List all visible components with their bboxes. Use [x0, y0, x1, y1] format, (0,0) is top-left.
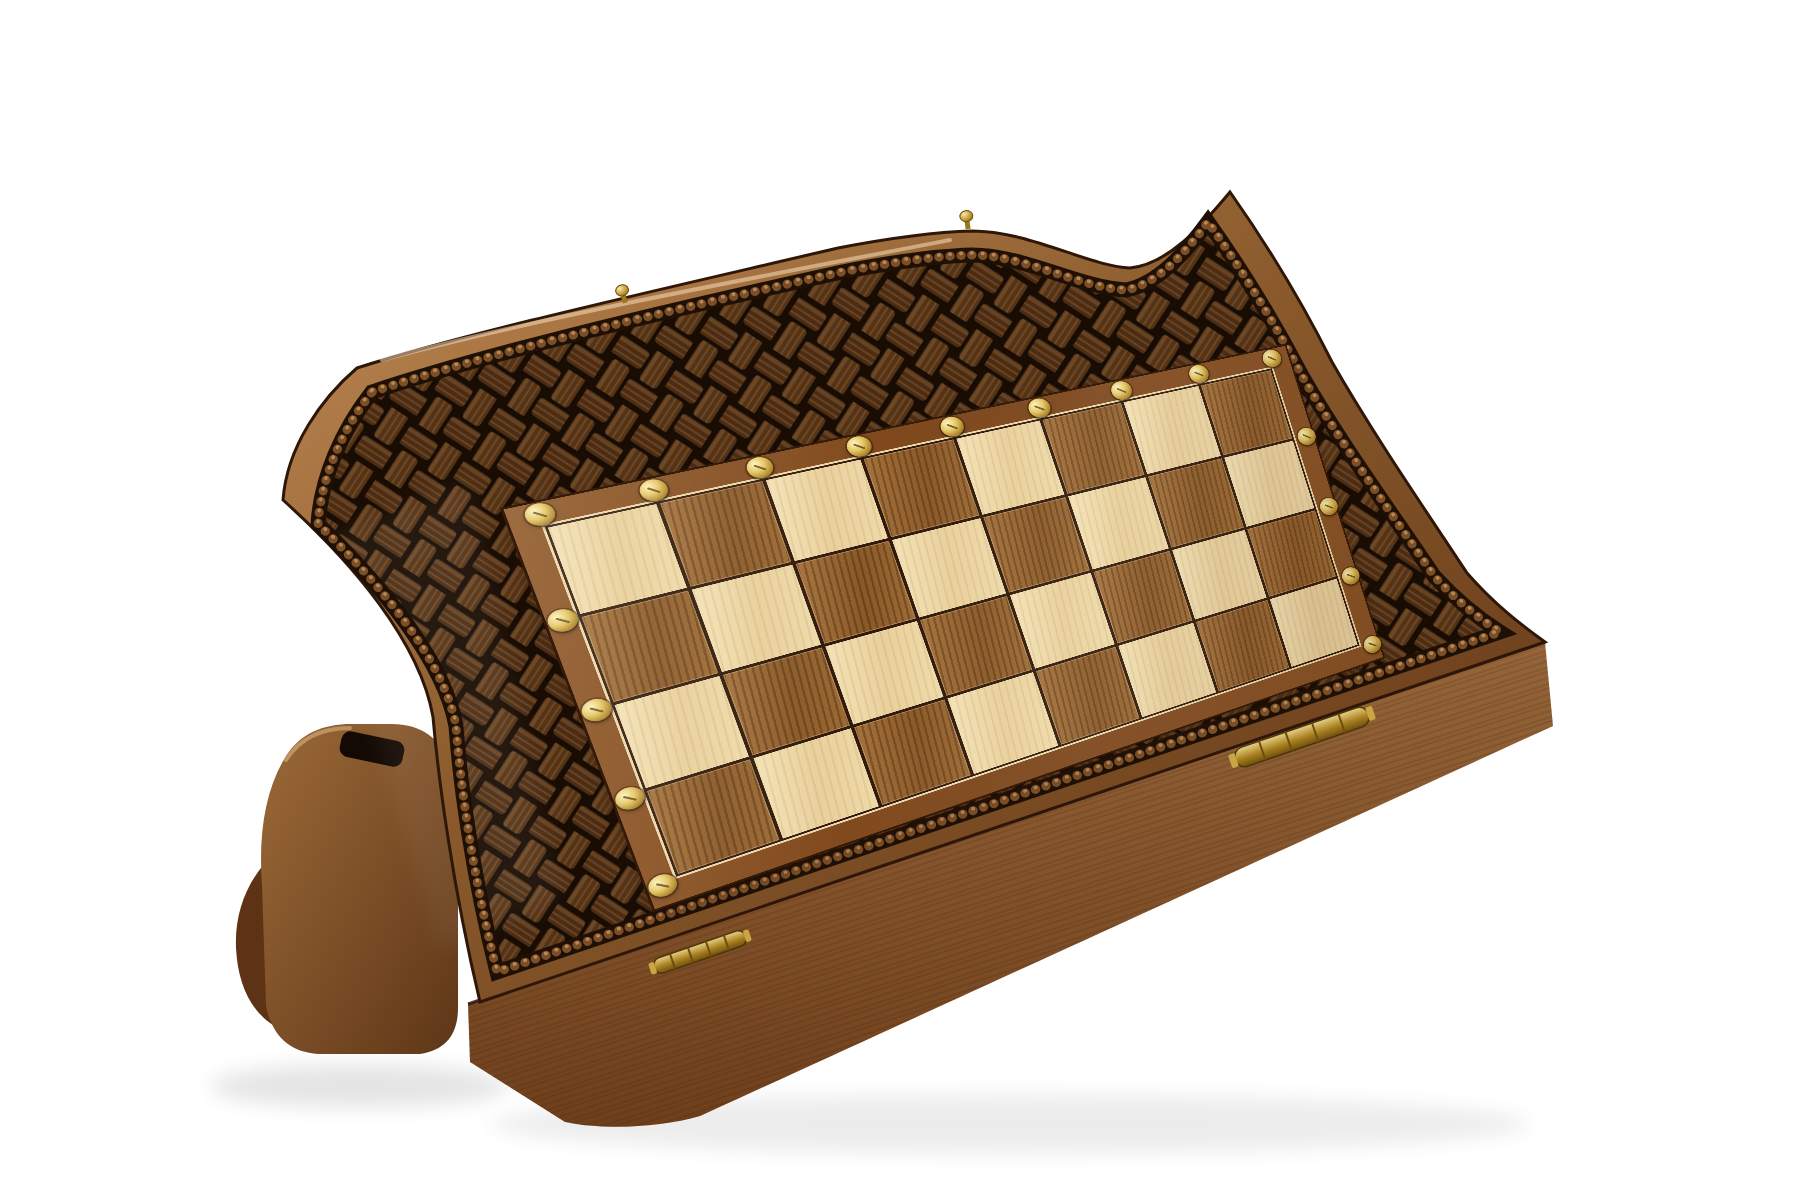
- product-photo-scene: [0, 0, 1800, 1200]
- brass-latch-knob: [959, 210, 974, 230]
- drop-shadow: [210, 1064, 1530, 1154]
- brass-stud: [1260, 348, 1283, 369]
